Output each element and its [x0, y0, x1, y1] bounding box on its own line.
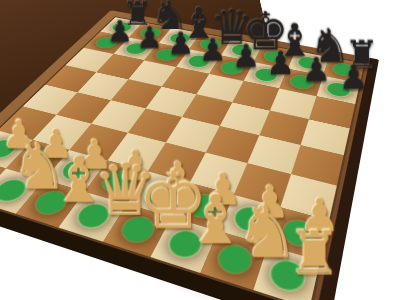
perspective-stage: ♜♞♝♛♚♝♞♜♟♟♟♟♟♟♟♟♟♟♟♟♟♟♟♟♜♞♝♛♚♝♞♜: [0, 0, 400, 300]
chess-board: ♜♞♝♛♚♝♞♜♟♟♟♟♟♟♟♟♟♟♟♟♟♟♟♟♜♞♝♛♚♝♞♜: [0, 17, 364, 300]
board-frame: ♜♞♝♛♚♝♞♜♟♟♟♟♟♟♟♟♟♟♟♟♟♟♟♟♜♞♝♛♚♝♞♜: [0, 10, 379, 300]
square-h6: [309, 96, 355, 128]
chess-set-photo: ♜♞♝♛♚♝♞♜♟♟♟♟♟♟♟♟♟♟♟♟♟♟♟♟♜♞♝♛♚♝♞♜: [0, 0, 400, 300]
board-tilt-wrapper: ♜♞♝♛♚♝♞♜♟♟♟♟♟♟♟♟♟♟♟♟♟♟♟♟♜♞♝♛♚♝♞♜: [0, 10, 379, 300]
